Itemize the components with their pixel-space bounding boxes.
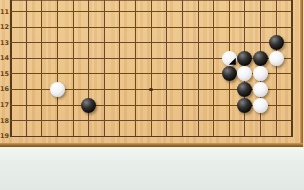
grid-line-v bbox=[166, 0, 167, 137]
grid-line-v bbox=[276, 0, 277, 137]
grid-line-v bbox=[10, 0, 12, 137]
grid-line-v bbox=[198, 0, 199, 137]
grid-line-h bbox=[10, 120, 293, 121]
grid-line-v bbox=[57, 0, 58, 137]
white-stone: ○ bbox=[253, 66, 268, 81]
black-stone: ● bbox=[237, 51, 252, 66]
white-stone: ○ bbox=[50, 82, 65, 97]
screen-right-sliver bbox=[303, 0, 304, 147]
grid-line-v bbox=[151, 0, 152, 137]
black-stone: ● bbox=[237, 82, 252, 97]
star-point bbox=[149, 88, 153, 92]
black-stone: ● bbox=[237, 98, 252, 113]
row-label-13: 13 bbox=[0, 39, 10, 47]
grid-line-v bbox=[41, 0, 42, 137]
grid-line-v bbox=[135, 0, 136, 137]
grid-line-v bbox=[119, 0, 120, 137]
black-stone: ● bbox=[253, 51, 268, 66]
grid-line-v bbox=[291, 0, 293, 137]
row-label-19: 19 bbox=[0, 132, 10, 140]
black-stone: ● bbox=[269, 35, 284, 50]
grid-line-h bbox=[10, 136, 293, 138]
bottom-panel bbox=[0, 147, 304, 190]
black-stone: ● bbox=[222, 66, 237, 81]
row-label-12: 12 bbox=[0, 23, 10, 31]
white-stone: ○ bbox=[253, 98, 268, 113]
grid-line-v bbox=[213, 0, 214, 137]
grid-line-v bbox=[88, 0, 89, 137]
grid-line-v bbox=[26, 0, 27, 137]
row-label-17: 17 bbox=[0, 101, 10, 109]
grid-line-h bbox=[10, 42, 293, 43]
app-screen: 111213141516171819 ●●●●●●●○○○○○○○ bbox=[0, 0, 304, 190]
white-stone: ○ bbox=[222, 51, 237, 66]
row-label-15: 15 bbox=[0, 70, 10, 78]
row-label-11: 11 bbox=[0, 8, 10, 16]
grid-line-h bbox=[10, 11, 293, 12]
white-stone: ○ bbox=[237, 66, 252, 81]
grid-line-v bbox=[104, 0, 105, 137]
grid-line-v bbox=[182, 0, 183, 137]
go-board[interactable]: 111213141516171819 ●●●●●●●○○○○○○○ bbox=[0, 0, 304, 147]
row-label-18: 18 bbox=[0, 117, 10, 125]
black-stone: ● bbox=[81, 98, 96, 113]
white-stone: ○ bbox=[269, 51, 284, 66]
row-label-16: 16 bbox=[0, 85, 10, 93]
grid-line-h bbox=[10, 27, 293, 28]
row-label-14: 14 bbox=[0, 54, 10, 62]
white-stone: ○ bbox=[253, 82, 268, 97]
last-move-triangle-marker bbox=[229, 58, 236, 65]
grid-line-v bbox=[73, 0, 74, 137]
